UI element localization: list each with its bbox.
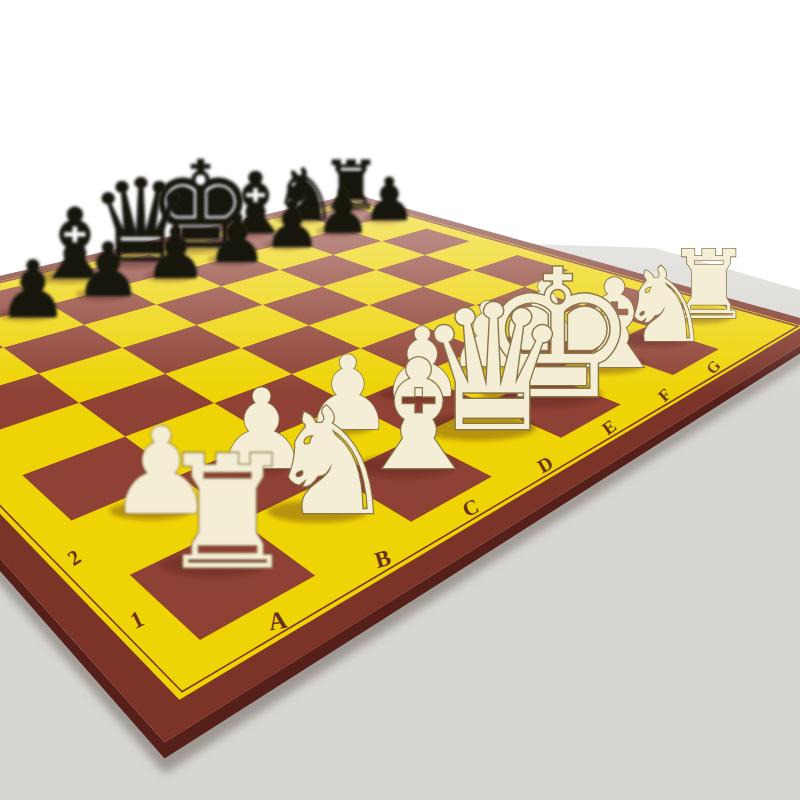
- piece-black-pawn-f7[interactable]: ♟: [263, 187, 321, 262]
- piece-black-pawn-h7[interactable]: ♟: [363, 165, 416, 234]
- piece-black-pawn-c7[interactable]: ♟: [74, 226, 141, 314]
- piece-white-rook-a1[interactable]: ♜: [157, 422, 297, 604]
- piece-black-pawn-e7[interactable]: ♟: [206, 199, 267, 278]
- chessboard[interactable]: ABCDEFG12♜♞♟♝♟♚♟♛♟♝♟♟♟♜♟♞♟♝♟♚♟♛♟♝♟♞♜: [0, 0, 800, 800]
- piece-black-pawn-g7[interactable]: ♟: [315, 176, 370, 248]
- piece-black-pawn-d7[interactable]: ♟: [144, 212, 208, 295]
- chess-photo-scene: ABCDEFG12♜♞♟♝♟♚♟♛♟♝♟♟♟♜♟♞♟♝♟♚♟♛♟♝♟♞♜: [0, 0, 800, 800]
- piece-black-pawn-b7[interactable]: ♟: [0, 244, 68, 336]
